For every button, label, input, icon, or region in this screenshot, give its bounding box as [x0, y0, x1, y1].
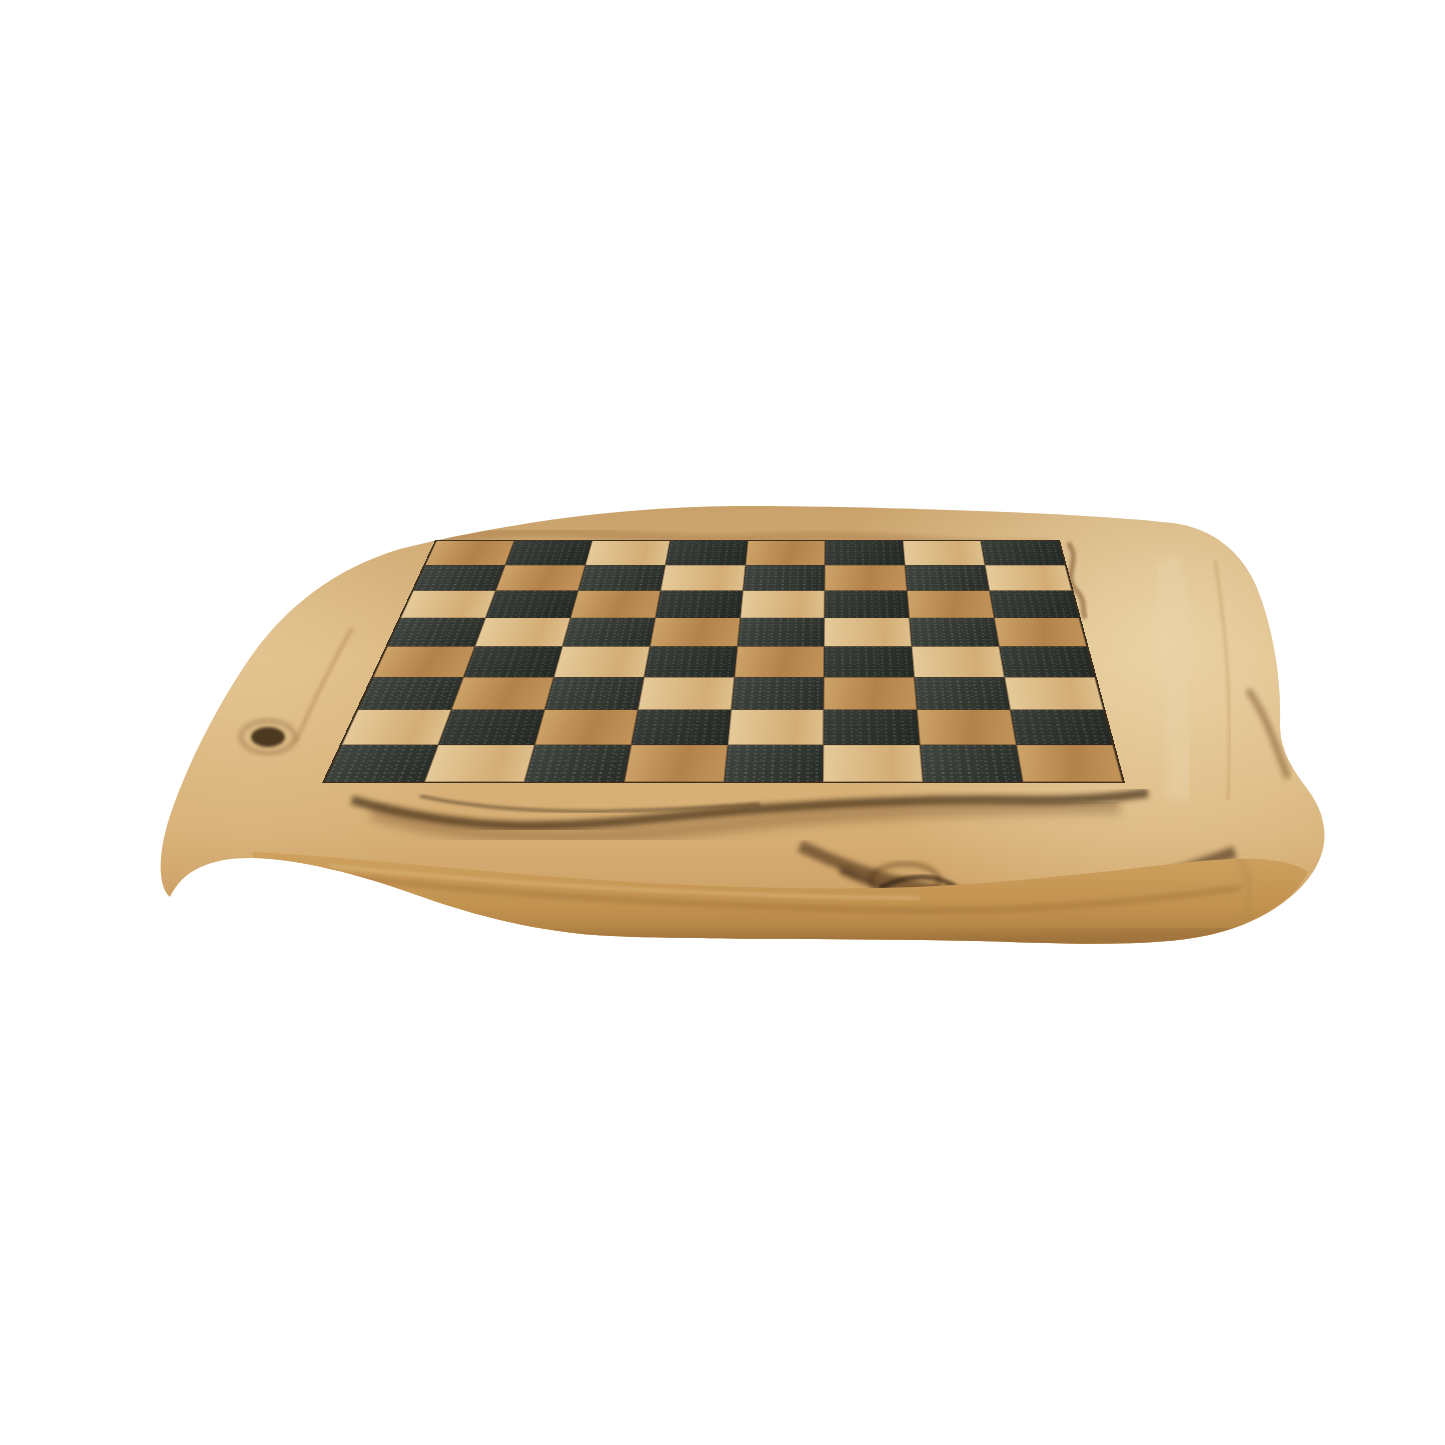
square-b6[interactable]: [485, 591, 577, 618]
square-d5[interactable]: [650, 618, 740, 647]
square-h2[interactable]: [1010, 710, 1112, 745]
square-d6[interactable]: [655, 591, 742, 618]
square-a1[interactable]: [325, 745, 439, 782]
square-e6[interactable]: [740, 591, 825, 618]
square-a5[interactable]: [387, 618, 485, 647]
square-h8[interactable]: [981, 541, 1065, 565]
chessboard: [322, 540, 1125, 783]
square-h5[interactable]: [994, 618, 1086, 647]
square-d2[interactable]: [631, 710, 731, 745]
square-e1[interactable]: [724, 745, 824, 782]
square-c3[interactable]: [544, 677, 643, 710]
square-b3[interactable]: [451, 677, 553, 710]
square-f1[interactable]: [823, 745, 923, 782]
square-b5[interactable]: [475, 618, 571, 647]
square-g6[interactable]: [907, 591, 994, 618]
square-g5[interactable]: [909, 618, 999, 647]
square-d4[interactable]: [644, 646, 737, 677]
square-f3[interactable]: [824, 677, 917, 710]
square-h1[interactable]: [1016, 745, 1122, 782]
square-b1[interactable]: [424, 745, 534, 782]
square-h6[interactable]: [989, 591, 1079, 618]
square-c2[interactable]: [535, 710, 638, 745]
square-a2[interactable]: [342, 710, 451, 745]
square-c7[interactable]: [578, 565, 665, 591]
square-f7[interactable]: [825, 565, 907, 591]
square-f8[interactable]: [825, 541, 905, 565]
knot-left-frame: [251, 727, 285, 747]
square-a8[interactable]: [425, 541, 514, 565]
square-c8[interactable]: [585, 541, 670, 565]
square-g2[interactable]: [917, 710, 1016, 745]
square-f4[interactable]: [824, 646, 914, 677]
square-f2[interactable]: [824, 710, 920, 745]
square-d8[interactable]: [665, 541, 747, 565]
square-f6[interactable]: [825, 591, 910, 618]
square-g1[interactable]: [920, 745, 1023, 782]
square-e4[interactable]: [734, 646, 824, 677]
square-h4[interactable]: [999, 646, 1095, 677]
square-h3[interactable]: [1005, 677, 1104, 710]
square-g3[interactable]: [914, 677, 1010, 710]
square-f5[interactable]: [824, 618, 911, 647]
square-e2[interactable]: [727, 710, 824, 745]
square-d3[interactable]: [638, 677, 734, 710]
square-h7[interactable]: [985, 565, 1072, 591]
square-c1[interactable]: [524, 745, 631, 782]
square-b2[interactable]: [438, 710, 544, 745]
photo-canvas: [0, 0, 1445, 1445]
square-b7[interactable]: [496, 565, 586, 591]
square-b4[interactable]: [463, 646, 562, 677]
square-e8[interactable]: [745, 541, 825, 565]
square-c4[interactable]: [554, 646, 650, 677]
square-e3[interactable]: [731, 677, 824, 710]
square-d1[interactable]: [624, 745, 727, 782]
square-a6[interactable]: [401, 591, 496, 618]
square-e5[interactable]: [737, 618, 825, 647]
chessboard-grid: [322, 540, 1125, 783]
square-a3[interactable]: [358, 677, 463, 710]
square-c6[interactable]: [570, 591, 660, 618]
square-g8[interactable]: [903, 541, 985, 565]
square-b8[interactable]: [505, 541, 592, 565]
square-c5[interactable]: [562, 618, 655, 647]
square-e7[interactable]: [743, 565, 826, 591]
square-a4[interactable]: [373, 646, 475, 677]
square-a7[interactable]: [413, 565, 505, 591]
square-g4[interactable]: [912, 646, 1005, 677]
square-d7[interactable]: [660, 565, 745, 591]
square-g7[interactable]: [905, 565, 989, 591]
